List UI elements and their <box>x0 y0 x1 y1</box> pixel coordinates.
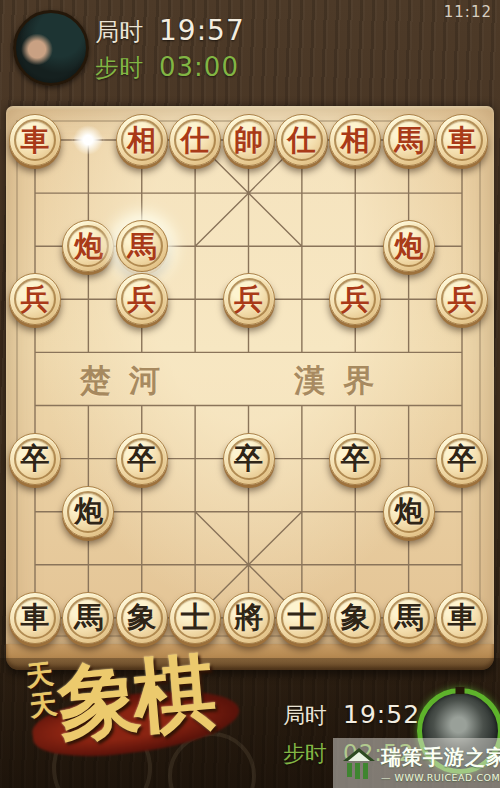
piece-black-卒[interactable]: 卒 <box>436 433 488 485</box>
piece-black-士[interactable]: 士 <box>276 592 328 644</box>
piece-black-卒[interactable]: 卒 <box>329 433 381 485</box>
piece-black-炮[interactable]: 炮 <box>383 486 435 538</box>
piece-red-車[interactable]: 車 <box>436 114 488 166</box>
piece-red-炮[interactable]: 炮 <box>383 220 435 272</box>
piece-red-兵[interactable]: 兵 <box>223 273 275 325</box>
piece-red-兵[interactable]: 兵 <box>436 273 488 325</box>
player-game-time-value: 19:52 <box>343 700 420 729</box>
piece-black-炮[interactable]: 炮 <box>62 486 114 538</box>
piece-red-兵[interactable]: 兵 <box>9 273 61 325</box>
opponent-clock-block: 局时 19:57 步时 03:00 <box>95 14 245 84</box>
piece-black-將[interactable]: 將 <box>223 592 275 644</box>
player-game-time-label: 局时 <box>283 701 327 731</box>
piece-black-卒[interactable]: 卒 <box>223 433 275 485</box>
opponent-game-time-label: 局时 <box>95 16 143 48</box>
logo-main-text: 象棋 <box>53 638 214 761</box>
opponent-avatar[interactable] <box>13 10 89 86</box>
river-label-right: 漢界 <box>294 360 392 402</box>
piece-black-卒[interactable]: 卒 <box>116 433 168 485</box>
app-logo: 天天 象棋 <box>14 652 254 788</box>
opponent-move-time-value: 03:00 <box>159 52 239 82</box>
game-screen: 11:12 局时 19:57 步时 03:00 楚河 漢界 車相仕帥仕相馬車炮馬… <box>0 0 500 788</box>
piece-black-車[interactable]: 車 <box>436 592 488 644</box>
xiangqi-board[interactable]: 楚河 漢界 車相仕帥仕相馬車炮馬炮兵兵兵兵兵卒卒卒卒卒炮炮車馬象士將士象馬車 <box>6 106 494 672</box>
player-move-time-label: 步时 <box>283 739 327 769</box>
piece-red-帥[interactable]: 帥 <box>223 114 275 166</box>
watermark-site-url: — WWW.RUICEAD.COM — <box>381 772 500 783</box>
watermark-banner: 瑞策手游之家 — WWW.RUICEAD.COM — <box>333 738 500 788</box>
piece-red-仕[interactable]: 仕 <box>276 114 328 166</box>
piece-red-車[interactable]: 車 <box>9 114 61 166</box>
piece-red-相[interactable]: 相 <box>329 114 381 166</box>
piece-red-馬[interactable]: 馬 <box>383 114 435 166</box>
piece-red-兵[interactable]: 兵 <box>116 273 168 325</box>
piece-black-象[interactable]: 象 <box>116 592 168 644</box>
piece-black-馬[interactable]: 馬 <box>62 592 114 644</box>
river-label-left: 楚河 <box>80 360 178 402</box>
piece-red-相[interactable]: 相 <box>116 114 168 166</box>
opponent-game-time-value: 19:57 <box>159 14 245 47</box>
house-icon <box>342 746 376 780</box>
piece-black-馬[interactable]: 馬 <box>383 592 435 644</box>
piece-red-仕[interactable]: 仕 <box>169 114 221 166</box>
watermark-site-name: 瑞策手游之家 <box>381 744 500 771</box>
piece-black-象[interactable]: 象 <box>329 592 381 644</box>
statusbar-clock: 11:12 <box>444 3 492 21</box>
piece-red-馬[interactable]: 馬 <box>116 220 168 272</box>
piece-black-士[interactable]: 士 <box>169 592 221 644</box>
opponent-move-time-label: 步时 <box>95 52 143 84</box>
piece-black-車[interactable]: 車 <box>9 592 61 644</box>
piece-black-卒[interactable]: 卒 <box>9 433 61 485</box>
